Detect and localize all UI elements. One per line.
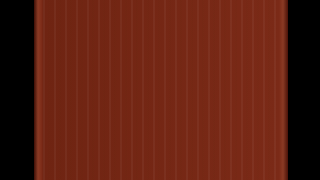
video-frame bbox=[0, 0, 320, 180]
chess-board bbox=[43, 0, 278, 180]
